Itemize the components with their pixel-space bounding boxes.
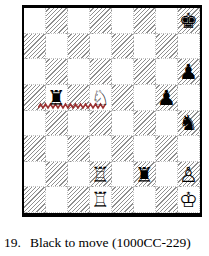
square-b3 <box>46 136 68 162</box>
piece-white-king-h1: ♔ <box>179 190 198 211</box>
square-d6 <box>90 59 112 85</box>
square-h3 <box>178 136 200 162</box>
square-d7 <box>90 34 112 60</box>
square-a6 <box>24 59 46 85</box>
square-a1 <box>24 187 46 213</box>
square-a5 <box>24 85 46 111</box>
square-b4 <box>46 111 68 137</box>
board-frame: ♚♟♜♘♟♞♖♜♙♖♔ <box>22 5 202 217</box>
square-g3 <box>156 136 178 162</box>
square-c8 <box>68 8 90 34</box>
piece-white-rook-d2: ♖ <box>91 165 110 186</box>
square-f6 <box>134 59 156 85</box>
piece-white-pawn-h2: ♙ <box>179 165 198 186</box>
square-h5 <box>178 85 200 111</box>
square-d5: ♘ <box>90 85 112 111</box>
square-c5 <box>68 85 90 111</box>
square-b1 <box>46 187 68 213</box>
square-c6 <box>68 59 90 85</box>
chess-board: ♚♟♜♘♟♞♖♜♙♖♔ <box>24 8 200 213</box>
square-g5: ♟ <box>156 85 178 111</box>
square-e8 <box>112 8 134 34</box>
square-g8 <box>156 8 178 34</box>
square-g2 <box>156 162 178 188</box>
square-c4 <box>68 111 90 137</box>
square-f8 <box>134 8 156 34</box>
square-f2: ♜ <box>134 162 156 188</box>
square-g7 <box>156 34 178 60</box>
square-c3 <box>68 136 90 162</box>
square-e4 <box>112 111 134 137</box>
square-b7 <box>46 34 68 60</box>
square-d1: ♖ <box>90 187 112 213</box>
square-b8 <box>46 8 68 34</box>
square-f1 <box>134 187 156 213</box>
square-h4: ♞ <box>178 111 200 137</box>
square-a4 <box>24 111 46 137</box>
square-e2 <box>112 162 134 188</box>
piece-black-pawn-h6: ♟ <box>179 62 198 83</box>
diagram-caption: 19.Black to move (1000CC-229) <box>4 235 209 251</box>
square-e3 <box>112 136 134 162</box>
square-g6 <box>156 59 178 85</box>
chess-diagram: ♚♟♜♘♟♞♖♜♙♖♔ 19.Black to move (1000CC-229… <box>0 0 209 256</box>
piece-black-pawn-g5: ♟ <box>157 88 176 109</box>
square-d2: ♖ <box>90 162 112 188</box>
square-b6 <box>46 59 68 85</box>
square-h8: ♚ <box>178 8 200 34</box>
square-f7 <box>134 34 156 60</box>
square-h2: ♙ <box>178 162 200 188</box>
diagram-number: 19. <box>4 235 21 251</box>
square-g1 <box>156 187 178 213</box>
square-a3 <box>24 136 46 162</box>
square-c1 <box>68 187 90 213</box>
square-h6: ♟ <box>178 59 200 85</box>
square-c2 <box>68 162 90 188</box>
square-e1 <box>112 187 134 213</box>
piece-black-rook-b5: ♜ <box>47 88 66 109</box>
square-a7 <box>24 34 46 60</box>
square-e7 <box>112 34 134 60</box>
square-b5: ♜ <box>46 85 68 111</box>
square-e5 <box>112 85 134 111</box>
square-d3 <box>90 136 112 162</box>
square-d4 <box>90 111 112 137</box>
piece-white-knight-d5: ♘ <box>91 88 110 109</box>
square-b2 <box>46 162 68 188</box>
square-a2 <box>24 162 46 188</box>
square-a8 <box>24 8 46 34</box>
square-c7 <box>68 34 90 60</box>
piece-black-knight-h4: ♞ <box>179 113 198 134</box>
piece-black-king-h8: ♚ <box>179 11 198 32</box>
square-h7 <box>178 34 200 60</box>
diagram-caption-text: Black to move (1000CC-229) <box>30 235 191 250</box>
square-d8 <box>90 8 112 34</box>
square-f3 <box>134 136 156 162</box>
square-h1: ♔ <box>178 187 200 213</box>
square-g4 <box>156 111 178 137</box>
square-e6 <box>112 59 134 85</box>
square-f4 <box>134 111 156 137</box>
piece-white-rook-d1: ♖ <box>91 190 110 211</box>
piece-black-rook-f2: ♜ <box>135 165 154 186</box>
square-f5 <box>134 85 156 111</box>
